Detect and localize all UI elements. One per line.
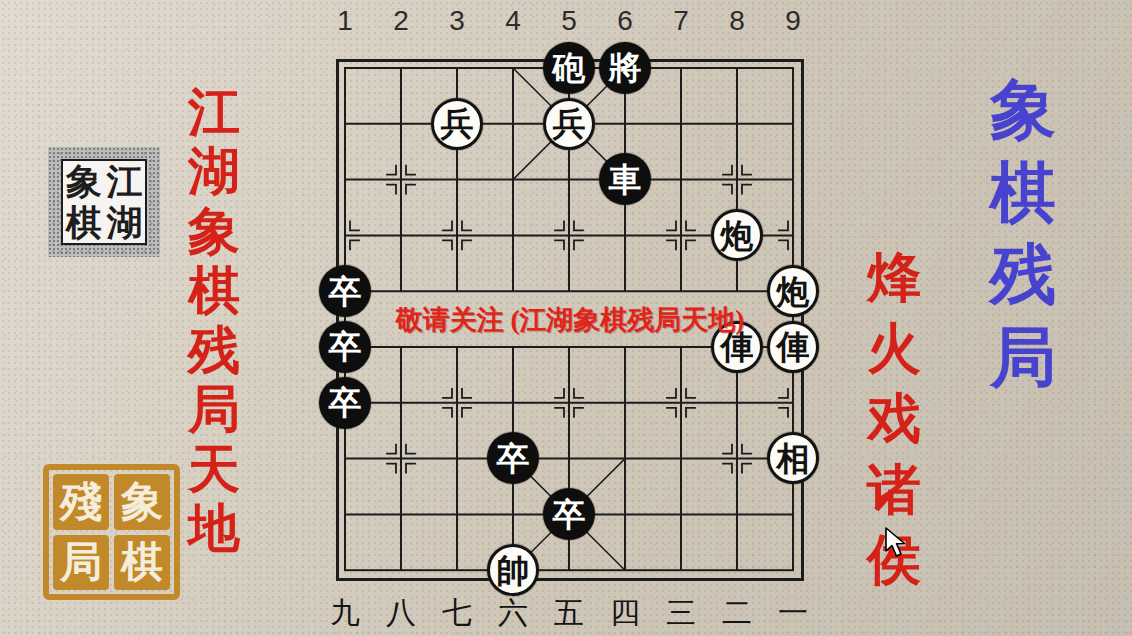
piece-black-soldier[interactable]: 卒: [543, 488, 595, 540]
file-number-cn: 四: [597, 593, 653, 634]
banner-char: 象: [990, 76, 1056, 142]
banner-char: 戏: [867, 391, 921, 445]
piece-red-elephant[interactable]: 相: [767, 432, 819, 484]
banner-char: 局: [990, 324, 1056, 390]
file-number: 8: [709, 4, 765, 38]
file-number: 4: [485, 4, 541, 38]
seal-char: 棋: [63, 202, 104, 243]
file-number-cn: 三: [653, 593, 709, 634]
file-numbers-top: 123456789: [317, 4, 821, 38]
piece-red-soldier[interactable]: 兵: [543, 98, 595, 150]
banner-char: 局: [188, 383, 240, 435]
seal-char: 殘: [53, 474, 109, 530]
piece-red-general[interactable]: 帥: [487, 544, 539, 596]
banner-char: 诸: [867, 462, 921, 516]
seal-char: 棋: [114, 535, 170, 591]
file-number-cn: 六: [485, 593, 541, 634]
file-number-cn: 一: [765, 593, 821, 634]
file-number-cn: 八: [373, 593, 429, 634]
banner-char: 湖: [188, 145, 240, 197]
file-number-cn: 九: [317, 593, 373, 634]
stamp-characters: 象江棋湖: [61, 159, 147, 245]
banner-char: 天: [188, 443, 240, 495]
banner-char: 残: [990, 241, 1056, 307]
banner-char: 残: [188, 324, 240, 376]
xiangqi-canju-seal: 殘象局棋: [43, 464, 180, 600]
jianghu-xiangqi-stamp: 象江棋湖: [48, 147, 160, 257]
seal-char: 江: [104, 161, 145, 202]
seal-char: 湖: [104, 202, 145, 243]
seal-char: 象: [63, 161, 104, 202]
mouse-cursor-icon: [884, 527, 908, 559]
banner-char: 棋: [188, 264, 240, 316]
banner-char: 江: [188, 86, 240, 138]
piece-black-general[interactable]: 將: [599, 42, 651, 94]
file-number: 5: [541, 4, 597, 38]
banner-char: 棋: [990, 159, 1056, 225]
river-banner-text: 敬请关注 (江湖象棋残局天地): [352, 303, 788, 337]
seal-char: 局: [53, 535, 109, 591]
piece-black-cannon[interactable]: 砲: [543, 42, 595, 94]
file-number: 1: [317, 4, 373, 38]
piece-red-cannon[interactable]: 炮: [711, 209, 763, 261]
banner-char: 火: [867, 321, 921, 375]
banner-char: 象: [188, 205, 240, 257]
file-number: 9: [765, 4, 821, 38]
file-number-cn: 二: [709, 593, 765, 634]
piece-black-soldier[interactable]: 卒: [319, 377, 371, 429]
piece-black-soldier[interactable]: 卒: [487, 432, 539, 484]
file-number: 7: [653, 4, 709, 38]
banner-char: 烽: [867, 250, 921, 304]
file-number-cn: 七: [429, 593, 485, 634]
xiangqi-endgame-scene: 砲將車卒卒卒卒卒兵兵炮炮俥俥相帥 123456789 九八七六五四三二一 敬请关…: [0, 0, 1132, 636]
file-numbers-bottom: 九八七六五四三二一: [317, 593, 821, 631]
piece-black-chariot[interactable]: 車: [599, 153, 651, 205]
piece-red-soldier[interactable]: 兵: [431, 98, 483, 150]
left-vertical-banner: 江湖象棋残局天地: [178, 86, 250, 554]
file-number-cn: 五: [541, 593, 597, 634]
file-number: 3: [429, 4, 485, 38]
seal-char: 象: [114, 474, 170, 530]
right-blue-vertical-banner: 象棋残局: [984, 76, 1062, 390]
file-number: 6: [597, 4, 653, 38]
banner-char: 地: [188, 502, 240, 554]
file-number: 2: [373, 4, 429, 38]
